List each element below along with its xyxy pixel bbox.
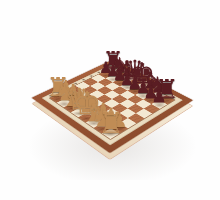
black-pawn-h7[interactable]: ♟ bbox=[152, 88, 168, 105]
square-h5[interactable] bbox=[136, 109, 152, 119]
white-rook-h1[interactable]: ♜ bbox=[98, 108, 124, 137]
square-h4[interactable] bbox=[128, 113, 145, 123]
square-g5[interactable] bbox=[128, 104, 144, 113]
chess-set-product-photo: ♜♞♝♛♚♝♞♜♟♟♟♟♟♟♟♟♟♟♟♟♟♟♟♟♜♞♝♛♚♝♞♜ bbox=[0, 0, 220, 200]
